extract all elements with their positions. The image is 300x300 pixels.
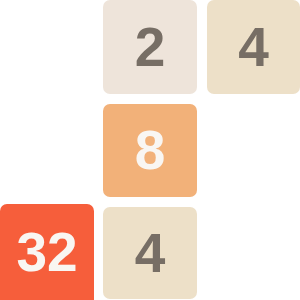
tile-value: 8	[135, 123, 166, 178]
tile-8: 8	[103, 104, 197, 197]
tile-4: 4	[103, 207, 197, 299]
tile-4: 4	[207, 0, 300, 94]
tile-value: 4	[135, 226, 166, 281]
tile-32: 32	[0, 204, 94, 300]
tile-value: 2	[135, 20, 166, 75]
tile-value: 32	[16, 225, 77, 280]
tile-value: 4	[238, 20, 269, 75]
tile-2: 2	[103, 0, 197, 94]
board-2048[interactable]: 248324	[0, 0, 300, 300]
